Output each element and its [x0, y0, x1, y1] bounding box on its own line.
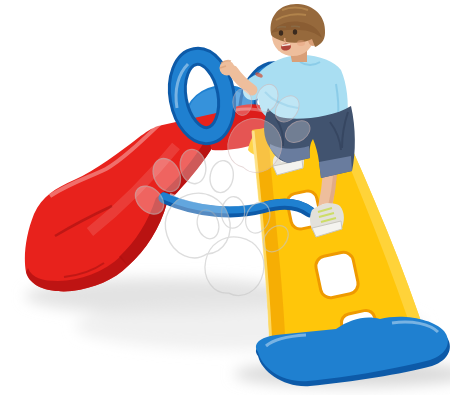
rung-hole-middle	[314, 251, 360, 300]
cheek	[297, 40, 305, 46]
slide-photo-illustration	[0, 0, 450, 395]
left-eye	[279, 30, 283, 36]
teeth	[282, 45, 290, 46]
right-eye	[293, 29, 297, 35]
head	[271, 4, 325, 62]
product-photo: Toddler boy in a light blue t-shirt and …	[0, 0, 450, 395]
